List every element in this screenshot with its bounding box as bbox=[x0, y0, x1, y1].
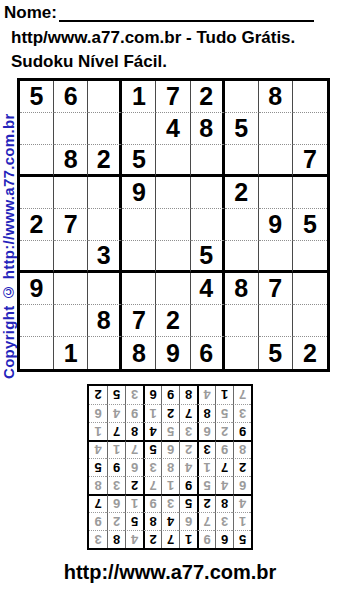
solution-cell-r1c2: 6 bbox=[215, 530, 233, 548]
solution-cell-r3c6: 9 bbox=[143, 494, 161, 512]
solution-cell-r6c3: 3 bbox=[197, 440, 215, 458]
puzzle-cell-r6c3: 3 bbox=[88, 241, 122, 273]
solution-cell-r1c6: 2 bbox=[143, 530, 161, 548]
solution-cell-r4c5: 1 bbox=[161, 476, 179, 494]
puzzle-cell-r5c3[interactable] bbox=[88, 209, 122, 241]
puzzle-cell-r8c3: 8 bbox=[88, 305, 122, 337]
puzzle-cell-r3c9: 7 bbox=[293, 145, 327, 177]
solution-cell-r6c1: 8 bbox=[233, 440, 251, 458]
puzzle-cell-r1c6: 2 bbox=[191, 81, 225, 113]
solution-cell-r8c7: 9 bbox=[125, 404, 143, 422]
puzzle-cell-r6c6: 5 bbox=[191, 241, 225, 273]
solution-cell-r1c4: 1 bbox=[179, 530, 197, 548]
puzzle-cell-r2c6: 8 bbox=[191, 113, 225, 145]
puzzle-cell-r6c2[interactable] bbox=[54, 241, 88, 273]
copyright-vertical-text: Copyright © http://www.a77.com.br bbox=[0, 80, 17, 412]
name-row: Nome: bbox=[4, 3, 314, 22]
solution-cell-r8c6: 1 bbox=[143, 404, 161, 422]
solution-cell-r2c7: 5 bbox=[125, 512, 143, 530]
puzzle-cell-r2c8[interactable] bbox=[259, 113, 293, 145]
solution-cell-r2c1: 1 bbox=[233, 512, 251, 530]
solution-cell-r4c8: 3 bbox=[107, 476, 125, 494]
solution-cell-r6c4: 2 bbox=[179, 440, 197, 458]
puzzle-cell-r4c5[interactable] bbox=[156, 177, 190, 209]
solution-cell-r7c5: 5 bbox=[161, 422, 179, 440]
solution-cell-r5c6: 3 bbox=[143, 458, 161, 476]
solution-cell-r8c1: 3 bbox=[233, 404, 251, 422]
puzzle-cell-r3c7[interactable] bbox=[225, 145, 259, 177]
solution-cell-r7c8: 7 bbox=[107, 422, 125, 440]
puzzle-cell-r7c3[interactable] bbox=[88, 273, 122, 305]
puzzle-cell-r1c2: 6 bbox=[54, 81, 88, 113]
puzzle-cell-r2c3[interactable] bbox=[88, 113, 122, 145]
solution-cell-r7c1: 9 bbox=[233, 422, 251, 440]
puzzle-cell-r8c7[interactable] bbox=[225, 305, 259, 337]
solution-cell-r8c4: 7 bbox=[179, 404, 197, 422]
solution-cell-r4c4: 9 bbox=[179, 476, 197, 494]
solution-cell-r2c4: 6 bbox=[179, 512, 197, 530]
solution-cell-r8c5: 2 bbox=[161, 404, 179, 422]
solution-cell-r9c5: 9 bbox=[161, 386, 179, 404]
puzzle-cell-r9c2: 1 bbox=[54, 337, 88, 369]
puzzle-cell-r3c3: 2 bbox=[88, 145, 122, 177]
puzzle-cell-r8c6[interactable] bbox=[191, 305, 225, 337]
puzzle-cell-r7c7: 8 bbox=[225, 273, 259, 305]
puzzle-cell-r3c2: 8 bbox=[54, 145, 88, 177]
puzzle-cell-r3c1[interactable] bbox=[20, 145, 54, 177]
solution-cell-r1c5: 7 bbox=[161, 530, 179, 548]
solution-cell-r8c8: 4 bbox=[107, 404, 125, 422]
solution-cell-r5c2: 7 bbox=[215, 458, 233, 476]
puzzle-cell-r4c6[interactable] bbox=[191, 177, 225, 209]
solution-cell-r5c3: 1 bbox=[197, 458, 215, 476]
puzzle-cell-r4c3[interactable] bbox=[88, 177, 122, 209]
solution-cell-r6c6: 5 bbox=[143, 440, 161, 458]
solution-cell-r9c3: 4 bbox=[197, 386, 215, 404]
solution-cell-r6c2: 9 bbox=[215, 440, 233, 458]
puzzle-cell-r6c7[interactable] bbox=[225, 241, 259, 273]
puzzle-cell-r7c2[interactable] bbox=[54, 273, 88, 305]
solution-cell-r4c7: 2 bbox=[125, 476, 143, 494]
solution-cell-r6c9: 4 bbox=[89, 440, 107, 458]
puzzle-cell-r4c4: 9 bbox=[122, 177, 156, 209]
puzzle-cell-r4c7: 2 bbox=[225, 177, 259, 209]
site-header: http/www.a77.com.br - Tudo Grátis. bbox=[11, 28, 295, 48]
solution-cell-r6c5: 6 bbox=[161, 440, 179, 458]
solution-cell-r6c8: 1 bbox=[107, 440, 125, 458]
puzzle-cell-r6c5[interactable] bbox=[156, 241, 190, 273]
solution-cell-r3c2: 8 bbox=[215, 494, 233, 512]
solution-cell-r5c7: 6 bbox=[125, 458, 143, 476]
puzzle-cell-r5c8: 9 bbox=[259, 209, 293, 241]
puzzle-cell-r8c4: 7 bbox=[122, 305, 156, 337]
solution-cell-r4c1: 6 bbox=[233, 476, 251, 494]
puzzle-cell-r5c5[interactable] bbox=[156, 209, 190, 241]
puzzle-cell-r2c1[interactable] bbox=[20, 113, 54, 145]
solution-cell-r2c3: 7 bbox=[197, 512, 215, 530]
puzzle-cell-r1c7[interactable] bbox=[225, 81, 259, 113]
puzzle-cell-r9c1[interactable] bbox=[20, 337, 54, 369]
solution-cell-r9c1: 7 bbox=[233, 386, 251, 404]
puzzle-cell-r1c3[interactable] bbox=[88, 81, 122, 113]
puzzle-cell-r2c7: 5 bbox=[225, 113, 259, 145]
name-label: Nome: bbox=[4, 3, 57, 22]
solution-cell-r3c8: 6 bbox=[107, 494, 125, 512]
puzzle-cell-r7c9[interactable] bbox=[293, 273, 327, 305]
solution-cell-r3c7: 1 bbox=[125, 494, 143, 512]
puzzle-cell-r3c4: 5 bbox=[122, 145, 156, 177]
puzzle-cell-r9c5: 9 bbox=[156, 337, 190, 369]
puzzle-cell-r2c9[interactable] bbox=[293, 113, 327, 145]
solution-cell-r6c7: 7 bbox=[125, 440, 143, 458]
puzzle-cell-r4c8[interactable] bbox=[259, 177, 293, 209]
solution-cell-r3c9: 7 bbox=[89, 494, 107, 512]
solution-cell-r7c4: 3 bbox=[179, 422, 197, 440]
puzzle-cell-r2c2[interactable] bbox=[54, 113, 88, 145]
puzzle-cell-r5c4[interactable] bbox=[122, 209, 156, 241]
solution-cell-r5c9: 5 bbox=[89, 458, 107, 476]
puzzle-cell-r6c1[interactable] bbox=[20, 241, 54, 273]
solution-cell-r9c7: 3 bbox=[125, 386, 143, 404]
puzzle-cell-r5c7[interactable] bbox=[225, 209, 259, 241]
puzzle-cell-r6c4[interactable] bbox=[122, 241, 156, 273]
solution-cell-r1c9: 3 bbox=[89, 530, 107, 548]
solution-cell-r1c1: 5 bbox=[233, 530, 251, 548]
puzzle-cell-r5c6[interactable] bbox=[191, 209, 225, 241]
puzzle-cell-r8c8[interactable] bbox=[259, 305, 293, 337]
puzzle-cell-r1c4: 1 bbox=[122, 81, 156, 113]
puzzle-cell-r9c8: 5 bbox=[259, 337, 293, 369]
puzzle-title: Sudoku Nível Fácil. bbox=[11, 52, 167, 72]
puzzle-cell-r3c8[interactable] bbox=[259, 145, 293, 177]
solution-cell-r9c4: 8 bbox=[179, 386, 197, 404]
puzzle-cell-r1c9[interactable] bbox=[293, 81, 327, 113]
puzzle-cell-r9c3[interactable] bbox=[88, 337, 122, 369]
solution-cell-r5c8: 9 bbox=[107, 458, 125, 476]
solution-cell-r3c4: 5 bbox=[179, 494, 197, 512]
solution-cell-r8c2: 5 bbox=[215, 404, 233, 422]
name-underline bbox=[59, 3, 314, 22]
puzzle-cell-r8c1[interactable] bbox=[20, 305, 54, 337]
solution-cell-r4c2: 4 bbox=[215, 476, 233, 494]
puzzle-cell-r1c8: 8 bbox=[259, 81, 293, 113]
puzzle-cell-r4c1[interactable] bbox=[20, 177, 54, 209]
solution-cell-r7c7: 8 bbox=[125, 422, 143, 440]
solution-cell-r7c3: 6 bbox=[197, 422, 215, 440]
solution-cell-r4c6: 7 bbox=[143, 476, 161, 494]
puzzle-cell-r5c2: 7 bbox=[54, 209, 88, 241]
puzzle-cell-r7c4[interactable] bbox=[122, 273, 156, 305]
solution-cell-r2c6: 8 bbox=[143, 512, 161, 530]
puzzle-cell-r6c8[interactable] bbox=[259, 241, 293, 273]
solution-cell-r9c8: 5 bbox=[107, 386, 125, 404]
puzzle-cell-r6c9[interactable] bbox=[293, 241, 327, 273]
puzzle-cell-r8c9[interactable] bbox=[293, 305, 327, 337]
puzzle-cell-r9c6: 6 bbox=[191, 337, 225, 369]
puzzle-cell-r7c1: 9 bbox=[20, 273, 54, 305]
solution-cell-r2c5: 4 bbox=[161, 512, 179, 530]
solution-cell-r7c9: 1 bbox=[89, 422, 107, 440]
puzzle-cell-r8c5: 2 bbox=[156, 305, 190, 337]
puzzle-cell-r3c5[interactable] bbox=[156, 145, 190, 177]
solution-cell-r3c5: 3 bbox=[161, 494, 179, 512]
puzzle-cell-r2c5: 4 bbox=[156, 113, 190, 145]
solution-cell-r3c1: 4 bbox=[233, 494, 251, 512]
sudoku-solution-grid-rotated: 5691724831376485294825391676459172382714… bbox=[87, 384, 253, 550]
puzzle-cell-r9c9: 2 bbox=[293, 337, 327, 369]
solution-cell-r1c3: 9 bbox=[197, 530, 215, 548]
solution-cell-r9c2: 1 bbox=[215, 386, 233, 404]
puzzle-cell-r4c9[interactable] bbox=[293, 177, 327, 209]
solution-cell-r2c8: 2 bbox=[107, 512, 125, 530]
puzzle-cell-r7c6: 4 bbox=[191, 273, 225, 305]
solution-cell-r2c2: 3 bbox=[215, 512, 233, 530]
solution-cell-r1c8: 8 bbox=[107, 530, 125, 548]
solution-cell-r9c9: 2 bbox=[89, 386, 107, 404]
solution-cell-r4c3: 5 bbox=[197, 476, 215, 494]
solution-cell-r3c3: 2 bbox=[197, 494, 215, 512]
puzzle-cell-r5c9: 5 bbox=[293, 209, 327, 241]
solution-cell-r9c6: 6 bbox=[143, 386, 161, 404]
solution-cell-r8c3: 8 bbox=[197, 404, 215, 422]
puzzle-cell-r9c7[interactable] bbox=[225, 337, 259, 369]
sudoku-puzzle-grid: 5617284858257922795359487872189652 bbox=[17, 78, 330, 372]
puzzle-cell-r9c4: 8 bbox=[122, 337, 156, 369]
puzzle-cell-r1c5: 7 bbox=[156, 81, 190, 113]
solution-cell-r7c6: 4 bbox=[143, 422, 161, 440]
puzzle-cell-r7c8: 7 bbox=[259, 273, 293, 305]
solution-cell-r5c5: 8 bbox=[161, 458, 179, 476]
puzzle-cell-r8c2[interactable] bbox=[54, 305, 88, 337]
solution-cell-r7c2: 2 bbox=[215, 422, 233, 440]
puzzle-cell-r5c1: 2 bbox=[20, 209, 54, 241]
solution-cell-r5c1: 2 bbox=[233, 458, 251, 476]
puzzle-cell-r7c5[interactable] bbox=[156, 273, 190, 305]
puzzle-cell-r1c1: 5 bbox=[20, 81, 54, 113]
printable-sudoku-page: Nome: http/www.a77.com.br - Tudo Grátis.… bbox=[0, 0, 340, 596]
puzzle-cell-r4c2[interactable] bbox=[54, 177, 88, 209]
footer-url: http://www.a77.com.br bbox=[0, 561, 340, 584]
solution-cell-r5c4: 4 bbox=[179, 458, 197, 476]
solution-cell-r4c9: 8 bbox=[89, 476, 107, 494]
solution-cell-r8c9: 6 bbox=[89, 404, 107, 422]
solution-cell-r1c7: 4 bbox=[125, 530, 143, 548]
puzzle-cell-r3c6[interactable] bbox=[191, 145, 225, 177]
solution-cell-r2c9: 9 bbox=[89, 512, 107, 530]
puzzle-cell-r2c4[interactable] bbox=[122, 113, 156, 145]
